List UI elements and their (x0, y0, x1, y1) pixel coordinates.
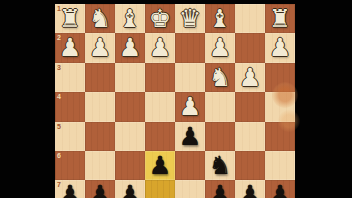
black-knight[interactable]: ♞ (205, 151, 235, 180)
white-knight[interactable]: ♞ (85, 4, 115, 33)
rank-label-4: 4 (57, 92, 61, 101)
square-g2[interactable]: ♟ (85, 33, 115, 62)
black-pawn[interactable]: ♟ (265, 180, 295, 198)
rank-label-3: 3 (57, 63, 61, 72)
square-f7[interactable]: ♟ (115, 180, 145, 198)
letterbox-left (0, 0, 55, 198)
square-d2[interactable] (175, 33, 205, 62)
square-b4[interactable] (235, 92, 265, 121)
square-a7[interactable]: ♟ (265, 180, 295, 198)
square-f1[interactable]: ♝ (115, 4, 145, 33)
square-c7[interactable]: ♟ (205, 180, 235, 198)
square-c6[interactable]: ♞ (205, 151, 235, 180)
square-d5[interactable]: ♟ (175, 122, 205, 151)
square-c2[interactable]: ♟ (205, 33, 235, 62)
square-a6[interactable] (265, 151, 295, 180)
square-d4[interactable]: ♟ (175, 92, 205, 121)
rank-label-6: 6 (57, 151, 61, 160)
square-c3[interactable]: ♞ (205, 63, 235, 92)
square-h2[interactable]: 2♟ (55, 33, 85, 62)
square-c4[interactable] (205, 92, 235, 121)
white-pawn[interactable]: ♟ (85, 33, 115, 62)
white-rook[interactable]: ♜ (265, 4, 295, 33)
square-e5[interactable] (145, 122, 175, 151)
black-pawn[interactable]: ♟ (235, 180, 265, 198)
white-pawn[interactable]: ♟ (235, 63, 265, 92)
square-e3[interactable] (145, 63, 175, 92)
square-f2[interactable]: ♟ (115, 33, 145, 62)
square-f3[interactable] (115, 63, 145, 92)
square-h5[interactable]: 5 (55, 122, 85, 151)
square-h7[interactable]: 7♟ (55, 180, 85, 198)
black-pawn[interactable]: ♟ (145, 151, 175, 180)
square-d1[interactable]: ♛ (175, 4, 205, 33)
square-b3[interactable]: ♟ (235, 63, 265, 92)
black-pawn[interactable]: ♟ (175, 122, 205, 151)
square-h3[interactable]: 3 (55, 63, 85, 92)
white-knight[interactable]: ♞ (205, 63, 235, 92)
square-g1[interactable]: ♞ (85, 4, 115, 33)
square-c1[interactable]: ♝ (205, 4, 235, 33)
white-bishop[interactable]: ♝ (115, 4, 145, 33)
chess-board: 1♜♞♝♚♛♝♜2♟♟♟♟♟♟3♞♟4♟5♟6♟♞7♟♟♟♟♟♟ (55, 4, 295, 198)
square-d7[interactable] (175, 180, 205, 198)
square-h6[interactable]: 6 (55, 151, 85, 180)
square-d3[interactable] (175, 63, 205, 92)
white-pawn[interactable]: ♟ (265, 33, 295, 62)
square-a2[interactable]: ♟ (265, 33, 295, 62)
square-e1[interactable]: ♚ (145, 4, 175, 33)
white-queen[interactable]: ♛ (175, 4, 205, 33)
square-d6[interactable] (175, 151, 205, 180)
square-f5[interactable] (115, 122, 145, 151)
white-bishop[interactable]: ♝ (205, 4, 235, 33)
square-b1[interactable] (235, 4, 265, 33)
white-pawn[interactable]: ♟ (205, 33, 235, 62)
square-g5[interactable] (85, 122, 115, 151)
square-g6[interactable] (85, 151, 115, 180)
black-pawn[interactable]: ♟ (205, 180, 235, 198)
rank-label-7: 7 (57, 180, 61, 189)
square-a4[interactable] (265, 92, 295, 121)
square-c5[interactable] (205, 122, 235, 151)
square-a3[interactable] (265, 63, 295, 92)
white-pawn[interactable]: ♟ (115, 33, 145, 62)
square-e4[interactable] (145, 92, 175, 121)
square-e2[interactable]: ♟ (145, 33, 175, 62)
white-king[interactable]: ♚ (145, 4, 175, 33)
square-h4[interactable]: 4 (55, 92, 85, 121)
letterbox-right (295, 0, 352, 198)
white-pawn[interactable]: ♟ (175, 92, 205, 121)
square-e6[interactable]: ♟ (145, 151, 175, 180)
square-a1[interactable]: ♜ (265, 4, 295, 33)
square-g4[interactable] (85, 92, 115, 121)
square-b5[interactable] (235, 122, 265, 151)
square-b7[interactable]: ♟ (235, 180, 265, 198)
square-b2[interactable] (235, 33, 265, 62)
square-b6[interactable] (235, 151, 265, 180)
black-pawn[interactable]: ♟ (85, 180, 115, 198)
chess-board-grid: 1♜♞♝♚♛♝♜2♟♟♟♟♟♟3♞♟4♟5♟6♟♞7♟♟♟♟♟♟ (55, 4, 295, 198)
square-f6[interactable] (115, 151, 145, 180)
square-h1[interactable]: 1♜ (55, 4, 85, 33)
square-g3[interactable] (85, 63, 115, 92)
rank-label-1: 1 (57, 4, 61, 13)
square-e7[interactable] (145, 180, 175, 198)
square-a5[interactable] (265, 122, 295, 151)
white-pawn[interactable]: ♟ (145, 33, 175, 62)
rank-label-2: 2 (57, 33, 61, 42)
square-f4[interactable] (115, 92, 145, 121)
black-pawn[interactable]: ♟ (115, 180, 145, 198)
square-g7[interactable]: ♟ (85, 180, 115, 198)
rank-label-5: 5 (57, 122, 61, 131)
